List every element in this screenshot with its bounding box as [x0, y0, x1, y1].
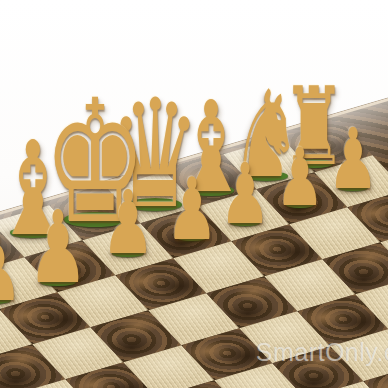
watermark: SmartOnly.eu: [256, 338, 388, 367]
chess-product-photo: ♜♞♟♝♛♟♚♟♝♟♟♟♟ SmartOnly.eu: [0, 0, 388, 388]
